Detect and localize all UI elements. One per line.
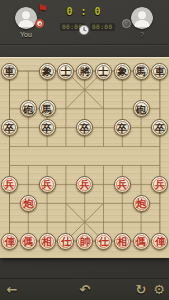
black-side-badge [122, 19, 131, 28]
piece-red-俥[interactable]: 俥 [1, 233, 18, 250]
piece-black-卒[interactable]: 卒 [39, 119, 56, 136]
piece-red-相[interactable]: 相 [114, 233, 131, 250]
clock-icon [79, 21, 89, 39]
piece-black-象[interactable]: 象 [114, 63, 131, 80]
right-timer: 00:00 [90, 23, 115, 31]
piece-red-兵[interactable]: 兵 [76, 176, 93, 193]
piece-red-兵[interactable]: 兵 [114, 176, 131, 193]
turn-flag-icon: ⚑ [37, 2, 48, 16]
piece-red-兵[interactable]: 兵 [1, 176, 18, 193]
back-button[interactable]: ← [3, 279, 21, 300]
piece-black-馬[interactable]: 馬 [39, 100, 56, 117]
piece-red-傌[interactable]: 傌 [133, 233, 150, 250]
piece-red-仕[interactable]: 仕 [57, 233, 74, 250]
piece-red-傌[interactable]: 傌 [20, 233, 37, 250]
score: 0 : 0 [54, 6, 114, 18]
piece-black-馬[interactable]: 馬 [133, 63, 150, 80]
settings-button[interactable]: ⚙ [150, 279, 168, 300]
piece-red-俥[interactable]: 俥 [151, 233, 168, 250]
piece-red-仕[interactable]: 仕 [95, 233, 112, 250]
person-icon [131, 7, 153, 29]
piece-black-將[interactable]: 將 [76, 63, 93, 80]
piece-black-砲[interactable]: 砲 [20, 100, 37, 117]
piece-red-兵[interactable]: 兵 [39, 176, 56, 193]
person-icon [15, 7, 37, 29]
red-side-badge [35, 19, 44, 28]
right-player-avatar[interactable] [131, 7, 153, 29]
toolbar: ← ↶ ↻ ⚙ [0, 278, 169, 300]
piece-red-炮[interactable]: 炮 [20, 195, 37, 212]
header: ⚑ You 0 : 0 00:00 00:00 ? [0, 0, 169, 45]
piece-black-卒[interactable]: 卒 [114, 119, 131, 136]
piece-red-帥[interactable]: 帥 [76, 233, 93, 250]
board[interactable]: 車象士將士象馬車砲馬砲卒卒卒卒卒兵兵兵兵兵炮炮俥傌相仕帥仕相傌俥 [0, 57, 169, 258]
piece-red-相[interactable]: 相 [39, 233, 56, 250]
piece-black-車[interactable]: 車 [1, 63, 18, 80]
refresh-button[interactable]: ↻ [132, 279, 150, 300]
right-player-name: ? [124, 31, 160, 38]
board-grid [0, 57, 169, 258]
left-player-name: You [8, 31, 44, 38]
piece-black-砲[interactable]: 砲 [133, 100, 150, 117]
piece-black-士[interactable]: 士 [57, 63, 74, 80]
piece-black-象[interactable]: 象 [39, 63, 56, 80]
xiangqi-app: ⚑ You 0 : 0 00:00 00:00 ? 車象士將士象馬車砲馬砲卒卒卒… [0, 0, 169, 300]
piece-black-士[interactable]: 士 [95, 63, 112, 80]
undo-button[interactable]: ↶ [76, 279, 94, 300]
piece-red-炮[interactable]: 炮 [133, 195, 150, 212]
left-player-avatar[interactable] [15, 7, 37, 29]
piece-black-車[interactable]: 車 [151, 63, 168, 80]
